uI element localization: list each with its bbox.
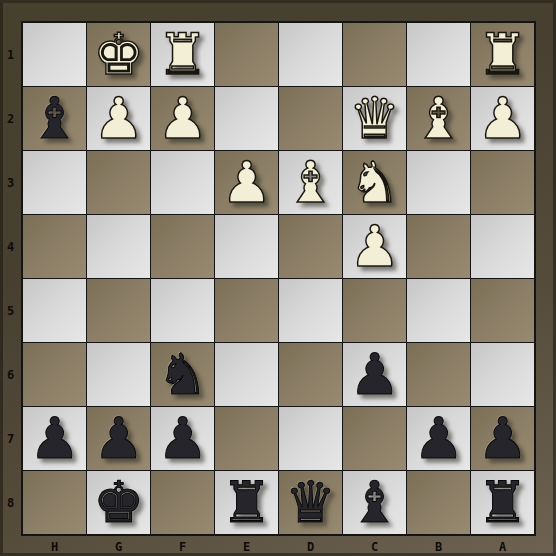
rank-label-7: 7 [0,407,21,471]
rank-label-2: 2 [0,87,21,151]
square-c3[interactable]: ♞ [343,151,406,214]
square-a3[interactable] [471,151,534,214]
square-g5[interactable] [87,279,150,342]
piece-white-pawn-g2[interactable]: ♟ [93,87,144,150]
file-label-c: C [343,537,406,556]
chess-board-frame: ♚♜♜♝♟♟♛♝♟♟♝♞♟♞♟♟♟♟♟♟♚♜♛♝♜ 12345678 HGFED… [0,0,556,556]
square-b6[interactable] [407,343,470,406]
rank-label-6: 6 [0,343,21,407]
file-label-g: G [87,537,150,556]
square-b7[interactable]: ♟ [407,407,470,470]
square-g3[interactable] [87,151,150,214]
piece-black-knight-f6[interactable]: ♞ [157,343,208,406]
file-label-e: E [215,537,278,556]
square-f7[interactable]: ♟ [151,407,214,470]
file-label-b: B [407,537,470,556]
square-b1[interactable] [407,23,470,86]
piece-white-pawn-f2[interactable]: ♟ [157,87,208,150]
piece-black-pawn-h7[interactable]: ♟ [29,407,80,470]
piece-black-pawn-f7[interactable]: ♟ [157,407,208,470]
square-a4[interactable] [471,215,534,278]
square-d7[interactable] [279,407,342,470]
square-e1[interactable] [215,23,278,86]
square-h1[interactable] [23,23,86,86]
square-e3[interactable]: ♟ [215,151,278,214]
piece-black-rook-e8[interactable]: ♜ [221,471,272,534]
square-e5[interactable] [215,279,278,342]
piece-black-bishop-c8[interactable]: ♝ [349,471,400,534]
square-g2[interactable]: ♟ [87,87,150,150]
square-b8[interactable] [407,471,470,534]
square-h8[interactable] [23,471,86,534]
square-h6[interactable] [23,343,86,406]
square-b3[interactable] [407,151,470,214]
square-f5[interactable] [151,279,214,342]
square-h7[interactable]: ♟ [23,407,86,470]
square-c1[interactable] [343,23,406,86]
square-g7[interactable]: ♟ [87,407,150,470]
square-c5[interactable] [343,279,406,342]
square-e6[interactable] [215,343,278,406]
square-a5[interactable] [471,279,534,342]
piece-black-pawn-a7[interactable]: ♟ [477,407,528,470]
square-g1[interactable]: ♚ [87,23,150,86]
piece-white-pawn-c4[interactable]: ♟ [349,215,400,278]
square-c2[interactable]: ♛ [343,87,406,150]
piece-black-pawn-g7[interactable]: ♟ [93,407,144,470]
square-h4[interactable] [23,215,86,278]
square-d2[interactable] [279,87,342,150]
rank-label-3: 3 [0,151,21,215]
square-a2[interactable]: ♟ [471,87,534,150]
square-a7[interactable]: ♟ [471,407,534,470]
rank-label-4: 4 [0,215,21,279]
square-b2[interactable]: ♝ [407,87,470,150]
square-d1[interactable] [279,23,342,86]
piece-white-king-g1[interactable]: ♚ [93,23,144,86]
square-c4[interactable]: ♟ [343,215,406,278]
square-d5[interactable] [279,279,342,342]
piece-black-rook-a8[interactable]: ♜ [477,471,528,534]
file-label-h: H [23,537,86,556]
square-a6[interactable] [471,343,534,406]
square-d4[interactable] [279,215,342,278]
rank-label-1: 1 [0,23,21,87]
square-f1[interactable]: ♜ [151,23,214,86]
file-label-f: F [151,537,214,556]
piece-white-rook-f1[interactable]: ♜ [157,23,208,86]
piece-black-king-g8[interactable]: ♚ [93,471,144,534]
square-g4[interactable] [87,215,150,278]
square-c7[interactable] [343,407,406,470]
piece-white-pawn-a2[interactable]: ♟ [477,87,528,150]
piece-white-knight-c3[interactable]: ♞ [349,151,400,214]
square-a1[interactable]: ♜ [471,23,534,86]
piece-white-bishop-d3[interactable]: ♝ [285,151,336,214]
piece-black-queen-d8[interactable]: ♛ [285,471,336,534]
piece-white-bishop-b2[interactable]: ♝ [413,87,464,150]
square-e7[interactable] [215,407,278,470]
file-label-a: A [471,537,534,556]
square-c6[interactable]: ♟ [343,343,406,406]
square-d3[interactable]: ♝ [279,151,342,214]
square-f4[interactable] [151,215,214,278]
square-h5[interactable] [23,279,86,342]
piece-white-rook-a1[interactable]: ♜ [477,23,528,86]
rank-label-8: 8 [0,471,21,535]
square-e4[interactable] [215,215,278,278]
square-e2[interactable] [215,87,278,150]
square-f2[interactable]: ♟ [151,87,214,150]
square-f8[interactable] [151,471,214,534]
square-d6[interactable] [279,343,342,406]
square-g6[interactable] [87,343,150,406]
square-h2[interactable]: ♝ [23,87,86,150]
square-g8[interactable]: ♚ [87,471,150,534]
file-label-d: D [279,537,342,556]
piece-white-queen-c2[interactable]: ♛ [349,87,400,150]
square-e8[interactable]: ♜ [215,471,278,534]
square-d8[interactable]: ♛ [279,471,342,534]
square-f6[interactable]: ♞ [151,343,214,406]
piece-black-pawn-b7[interactable]: ♟ [413,407,464,470]
square-h3[interactable] [23,151,86,214]
square-b4[interactable] [407,215,470,278]
square-f3[interactable] [151,151,214,214]
piece-black-pawn-c6[interactable]: ♟ [349,343,400,406]
square-c8[interactable]: ♝ [343,471,406,534]
piece-white-pawn-e3[interactable]: ♟ [221,151,272,214]
rank-label-5: 5 [0,279,21,343]
square-b5[interactable] [407,279,470,342]
square-a8[interactable]: ♜ [471,471,534,534]
piece-black-bishop-h2[interactable]: ♝ [29,87,80,150]
board: ♚♜♜♝♟♟♛♝♟♟♝♞♟♞♟♟♟♟♟♟♚♜♛♝♜ [21,21,536,536]
